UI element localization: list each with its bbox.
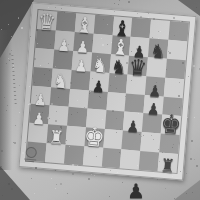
photo-grain-speck (13, 142, 14, 143)
photo-grain-speck (194, 159, 195, 160)
photo-grain-speck (91, 174, 92, 175)
photo-grain-speck (19, 112, 20, 113)
piece-black-pawn-f3[interactable]: ♟ (123, 112, 143, 132)
photo-grain-speck (2, 195, 3, 196)
chess-board: ♛♝♝♟♟♝♟♞♟♞♞♛♞♟♟♟♟♟♟♚♜♚♜ (19, 3, 197, 181)
photo-grain-speck (28, 6, 29, 7)
square-h6[interactable] (165, 59, 185, 79)
photo-dark-corner-bottom-left (0, 166, 30, 200)
photo-grain-speck (186, 193, 187, 194)
queen-glyph: ♛ (37, 10, 57, 34)
photo-grain-speck (109, 196, 110, 197)
photo-grain-speck (13, 65, 14, 66)
photo-grain-speck (51, 178, 52, 179)
piece-black-knight-e6[interactable]: ♞ (109, 54, 129, 74)
photo-grain-speck (8, 26, 9, 27)
square-f1[interactable] (120, 149, 140, 169)
photo-grain-speck (1, 150, 3, 152)
photo-grain-speck (72, 173, 74, 175)
photo-grain-speck (114, 3, 115, 4)
knight-glyph: ♞ (111, 57, 128, 78)
square-c4[interactable] (68, 88, 88, 108)
square-g8[interactable] (150, 19, 170, 39)
stamp-ring (25, 147, 37, 159)
square-g2[interactable] (140, 132, 160, 152)
square-a6[interactable] (34, 48, 54, 68)
square-e4[interactable] (106, 92, 126, 112)
photo-grain-speck (21, 27, 23, 29)
piece-black-queen-f6[interactable]: ♛ (128, 55, 148, 75)
pawn-glyph: ♟ (74, 57, 88, 74)
photo-grain-speck (9, 60, 10, 61)
photo-grain-speck (174, 198, 175, 199)
photo-grain-speck (34, 193, 35, 194)
photo-grain-speck (21, 9, 22, 10)
photo-grain-speck (11, 50, 12, 51)
chessboard-photo: ♛♝♝♟♟♝♟♞♟♞♞♛♞♟♟♟♟♟♟♚♜♚♜ ♟ (0, 0, 200, 200)
rook-glyph: ♜ (48, 128, 64, 147)
square-b3[interactable] (48, 106, 68, 126)
photo-grain-speck (1, 29, 2, 30)
piece-white-pawn-a4[interactable]: ♟ (31, 85, 51, 105)
photo-grain-speck (19, 85, 20, 86)
piece-white-pawn-b7[interactable]: ♟ (54, 30, 74, 50)
photo-grain-speck (11, 36, 12, 37)
photo-grain-speck (6, 63, 7, 64)
photo-grain-speck (191, 140, 193, 142)
stamp-text-line (25, 160, 34, 162)
piece-white-rook-b2[interactable]: ♜ (46, 124, 66, 144)
photo-grain-speck (6, 110, 7, 111)
photo-grain-speck (13, 68, 14, 69)
king-glyph: ♚ (160, 111, 183, 139)
photo-grain-speck (199, 68, 200, 70)
pawn-glyph: ♟ (146, 101, 160, 118)
knight-glyph: ♞ (53, 71, 70, 92)
pawn-glyph: ♟ (126, 118, 140, 135)
square-f4[interactable] (125, 93, 145, 113)
piece-white-bishop-e7[interactable]: ♝ (111, 35, 131, 55)
square-g1[interactable] (139, 151, 159, 171)
photo-grain-speck (119, 0, 120, 1)
captured-piece-off-board[interactable]: ♟ (126, 181, 146, 200)
photo-grain-speck (55, 188, 56, 189)
photo-dark-corner-top-right (178, 0, 200, 16)
rook-glyph: ♜ (160, 157, 176, 176)
photo-grain-speck (157, 179, 158, 180)
photo-grain-speck (8, 24, 9, 25)
photo-grain-speck (194, 117, 195, 118)
photo-grain-speck (190, 158, 192, 160)
photo-grain-speck (186, 173, 187, 174)
photo-grain-speck (7, 105, 8, 106)
photo-grain-speck (118, 4, 119, 5)
photo-grain-speck (165, 188, 166, 189)
photo-grain-speck (193, 65, 195, 67)
photo-grain-speck (196, 165, 198, 167)
piece-black-pawn-d5[interactable]: ♟ (89, 71, 109, 91)
square-d7[interactable] (92, 34, 112, 54)
photo-grain-speck (56, 184, 57, 185)
photo-grain-speck (196, 7, 197, 8)
square-a5[interactable] (32, 67, 52, 87)
king-glyph: ♚ (83, 124, 106, 152)
piece-black-rook-h1[interactable]: ♜ (158, 153, 178, 173)
photo-grain-speck (60, 183, 62, 185)
pawn-glyph: ♟ (32, 110, 46, 127)
photo-dark-left-edge (0, 30, 12, 170)
square-b8[interactable] (56, 12, 76, 32)
photo-grain-speck (8, 58, 9, 59)
piece-white-pawn-c7[interactable]: ♟ (73, 32, 93, 52)
board-maker-stamp (23, 146, 40, 163)
photo-grain-speck (88, 178, 90, 180)
photo-grain-speck (15, 125, 16, 126)
photo-grain-speck (122, 182, 123, 183)
photo-grain-speck (55, 170, 56, 171)
photo-grain-speck (192, 192, 193, 193)
captured-pawn-glyph: ♟ (127, 181, 145, 200)
photo-shade-corner-bottom-right (174, 180, 200, 200)
square-d8[interactable] (93, 15, 113, 35)
square-e1[interactable] (101, 148, 121, 168)
square-h8[interactable] (169, 21, 189, 41)
square-c1[interactable] (64, 145, 84, 165)
square-f8[interactable] (131, 18, 151, 38)
photo-grain-speck (11, 188, 13, 190)
square-h7[interactable] (167, 40, 187, 60)
square-e2[interactable] (103, 129, 123, 149)
piece-black-knight-g7[interactable]: ♞ (148, 38, 168, 58)
square-e3[interactable] (104, 110, 124, 130)
photo-grain-speck (128, 1, 130, 3)
piece-white-knight-b5[interactable]: ♞ (51, 68, 71, 88)
piece-white-queen-a8[interactable]: ♛ (37, 10, 57, 30)
photo-grain-speck (26, 6, 28, 8)
piece-black-pawn-g5[interactable]: ♟ (145, 76, 165, 96)
photo-grain-speck (31, 178, 32, 179)
square-h5[interactable] (164, 77, 184, 97)
photo-grain-speck (94, 175, 95, 176)
board-margin-print-marks (11, 55, 16, 105)
photo-grain-speck (67, 193, 68, 194)
piece-white-knight-d6[interactable]: ♞ (90, 52, 110, 72)
photo-grain-speck (7, 27, 8, 28)
photo-grain-speck (1, 166, 2, 167)
pawn-glyph: ♟ (57, 37, 71, 54)
photo-grain-speck (18, 17, 19, 18)
pawn-glyph: ♟ (92, 77, 106, 94)
photo-grain-speck (9, 53, 11, 55)
photo-grain-speck (8, 183, 10, 185)
piece-black-king-h3[interactable]: ♚ (161, 115, 181, 135)
piece-white-pawn-a3[interactable]: ♟ (29, 104, 49, 124)
photo-grain-speck (14, 142, 16, 144)
knight-glyph: ♞ (150, 41, 167, 62)
piece-white-king-d2[interactable]: ♚ (84, 128, 104, 148)
piece-white-bishop-c8[interactable]: ♝ (75, 13, 95, 33)
photo-grain-speck (18, 18, 19, 19)
photo-grain-speck (4, 97, 5, 98)
piece-white-pawn-c6[interactable]: ♟ (71, 51, 91, 71)
queen-glyph: ♛ (128, 55, 148, 79)
